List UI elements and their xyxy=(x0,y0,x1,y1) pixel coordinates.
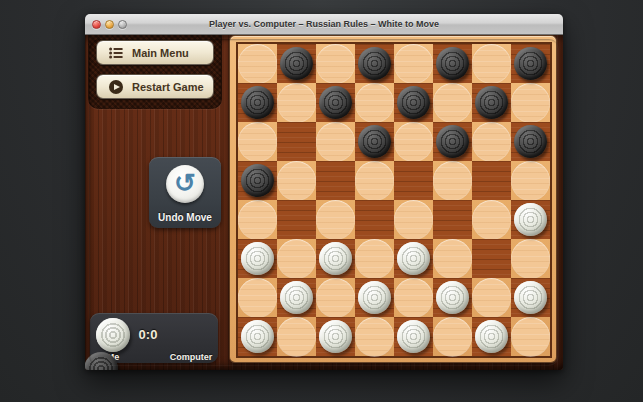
checker-black[interactable] xyxy=(358,47,391,80)
square-a7[interactable] xyxy=(238,83,277,122)
square-d6[interactable] xyxy=(355,122,394,161)
square-a2[interactable] xyxy=(238,278,277,317)
square-b4[interactable] xyxy=(277,200,316,239)
square-e2[interactable] xyxy=(394,278,433,317)
square-f8[interactable] xyxy=(433,44,472,83)
restart-game-label: Restart Game xyxy=(132,81,204,93)
square-c2[interactable] xyxy=(316,278,355,317)
square-d7[interactable] xyxy=(355,83,394,122)
checker-white[interactable] xyxy=(397,242,430,275)
square-g3[interactable] xyxy=(472,239,511,278)
player-checker-white xyxy=(96,318,130,352)
square-e1[interactable] xyxy=(394,317,433,356)
restart-game-button[interactable]: Restart Game xyxy=(96,74,214,99)
square-e3[interactable] xyxy=(394,239,433,278)
square-f7[interactable] xyxy=(433,83,472,122)
checker-white[interactable] xyxy=(514,203,547,236)
checker-black[interactable] xyxy=(358,125,391,158)
checker-white[interactable] xyxy=(241,242,274,275)
square-e5[interactable] xyxy=(394,161,433,200)
menu-buttons-panel: Main Menu Restart Game xyxy=(88,35,222,109)
square-a4[interactable] xyxy=(238,200,277,239)
square-c6[interactable] xyxy=(316,122,355,161)
checker-white[interactable] xyxy=(319,320,352,353)
square-g7[interactable] xyxy=(472,83,511,122)
square-g4[interactable] xyxy=(472,200,511,239)
checker-black[interactable] xyxy=(397,86,430,119)
square-a3[interactable] xyxy=(238,239,277,278)
square-f6[interactable] xyxy=(433,122,472,161)
app-window: Player vs. Computer – Russian Rules – Wh… xyxy=(85,14,563,370)
square-g6[interactable] xyxy=(472,122,511,161)
square-c3[interactable] xyxy=(316,239,355,278)
square-g5[interactable] xyxy=(472,161,511,200)
checker-black[interactable] xyxy=(241,164,274,197)
checker-black[interactable] xyxy=(241,86,274,119)
square-h3[interactable] xyxy=(511,239,550,278)
main-menu-button[interactable]: Main Menu xyxy=(96,40,214,65)
checker-black[interactable] xyxy=(436,125,469,158)
square-a6[interactable] xyxy=(238,122,277,161)
square-g1[interactable] xyxy=(472,317,511,356)
square-h7[interactable] xyxy=(511,83,550,122)
window-title: Player vs. Computer – Russian Rules – Wh… xyxy=(85,14,563,34)
square-d3[interactable] xyxy=(355,239,394,278)
checker-white[interactable] xyxy=(397,320,430,353)
square-d1[interactable] xyxy=(355,317,394,356)
score-value: 0:0 xyxy=(128,327,168,342)
square-d4[interactable] xyxy=(355,200,394,239)
checker-black[interactable] xyxy=(475,86,508,119)
checker-white[interactable] xyxy=(280,281,313,314)
square-h1[interactable] xyxy=(511,317,550,356)
square-a5[interactable] xyxy=(238,161,277,200)
square-b5[interactable] xyxy=(277,161,316,200)
square-h2[interactable] xyxy=(511,278,550,317)
square-h8[interactable] xyxy=(511,44,550,83)
checker-white[interactable] xyxy=(319,242,352,275)
undo-move-label: Undo Move xyxy=(149,212,221,223)
board-frame xyxy=(229,35,557,363)
checker-white[interactable] xyxy=(358,281,391,314)
square-c8[interactable] xyxy=(316,44,355,83)
undo-arrow-glyph: ↺ xyxy=(174,170,196,196)
square-c7[interactable] xyxy=(316,83,355,122)
square-b2[interactable] xyxy=(277,278,316,317)
square-e7[interactable] xyxy=(394,83,433,122)
checker-white[interactable] xyxy=(475,320,508,353)
square-f5[interactable] xyxy=(433,161,472,200)
square-d5[interactable] xyxy=(355,161,394,200)
square-b7[interactable] xyxy=(277,83,316,122)
undo-move-button[interactable]: ↺ Undo Move xyxy=(149,157,221,228)
checker-white[interactable] xyxy=(436,281,469,314)
square-a8[interactable] xyxy=(238,44,277,83)
square-f1[interactable] xyxy=(433,317,472,356)
checker-black[interactable] xyxy=(436,47,469,80)
square-d8[interactable] xyxy=(355,44,394,83)
square-c5[interactable] xyxy=(316,161,355,200)
square-h4[interactable] xyxy=(511,200,550,239)
square-c1[interactable] xyxy=(316,317,355,356)
undo-icon: ↺ xyxy=(166,165,204,203)
game-area: Main Menu Restart Game ↺ Undo Move Me 0:… xyxy=(85,35,563,370)
square-e6[interactable] xyxy=(394,122,433,161)
square-h5[interactable] xyxy=(511,161,550,200)
square-b6[interactable] xyxy=(277,122,316,161)
checker-black[interactable] xyxy=(280,47,313,80)
square-g8[interactable] xyxy=(472,44,511,83)
square-a1[interactable] xyxy=(238,317,277,356)
square-h6[interactable] xyxy=(511,122,550,161)
square-f3[interactable] xyxy=(433,239,472,278)
checker-black[interactable] xyxy=(319,86,352,119)
screen-background: Player vs. Computer – Russian Rules – Wh… xyxy=(0,0,643,402)
menu-list-icon xyxy=(109,47,123,59)
score-panel: Me 0:0 Computer xyxy=(90,313,218,363)
checker-white[interactable] xyxy=(241,320,274,353)
square-g2[interactable] xyxy=(472,278,511,317)
title-bar[interactable]: Player vs. Computer – Russian Rules – Wh… xyxy=(85,14,563,35)
square-b8[interactable] xyxy=(277,44,316,83)
checker-black[interactable] xyxy=(514,47,547,80)
square-e4[interactable] xyxy=(394,200,433,239)
play-icon xyxy=(109,80,123,94)
square-f2[interactable] xyxy=(433,278,472,317)
opponent-label: Computer xyxy=(164,352,218,362)
square-b3[interactable] xyxy=(277,239,316,278)
square-e8[interactable] xyxy=(394,44,433,83)
square-c4[interactable] xyxy=(316,200,355,239)
board-grid[interactable] xyxy=(236,42,552,358)
square-b1[interactable] xyxy=(277,317,316,356)
square-f4[interactable] xyxy=(433,200,472,239)
checker-black[interactable] xyxy=(514,125,547,158)
checker-white[interactable] xyxy=(514,281,547,314)
main-menu-label: Main Menu xyxy=(132,47,189,59)
square-d2[interactable] xyxy=(355,278,394,317)
